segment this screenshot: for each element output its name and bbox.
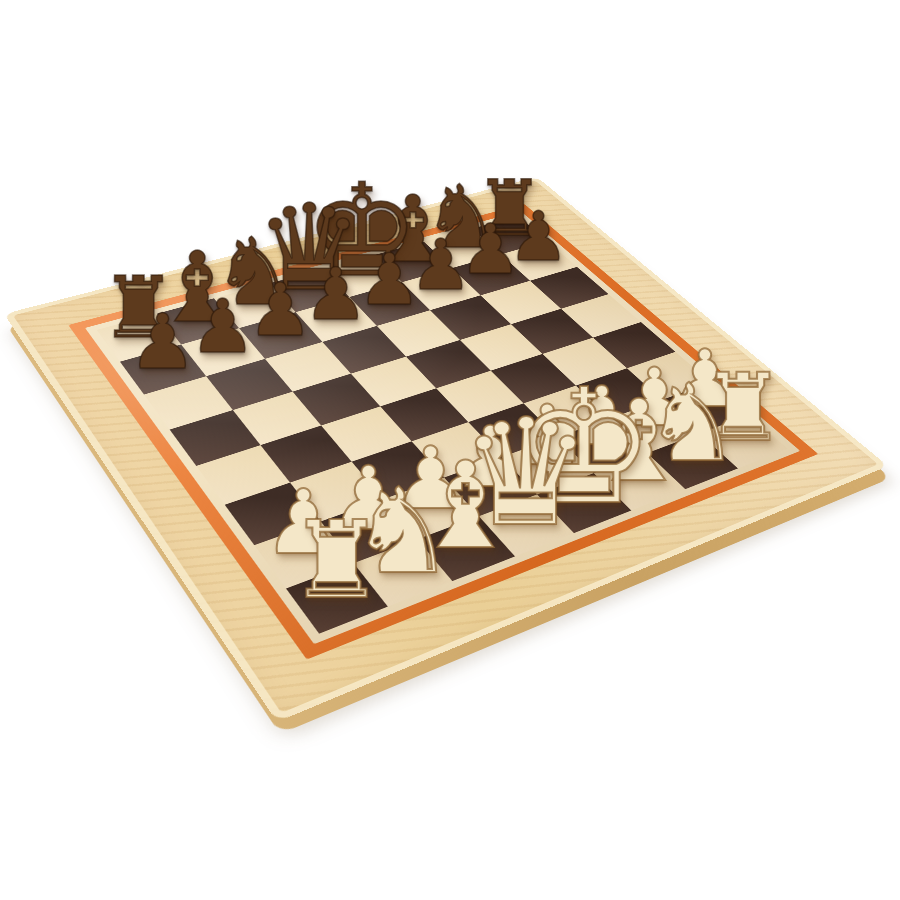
chess-set-photo: ♜♝♞♛♚♝♞♜♟♟♟♟♟♟♟♟♟♟♟♟♟♟♟♟♜♞♝♛♚♝♞♜ <box>0 0 900 900</box>
chess-board <box>4 177 888 722</box>
board-grid <box>97 216 788 633</box>
